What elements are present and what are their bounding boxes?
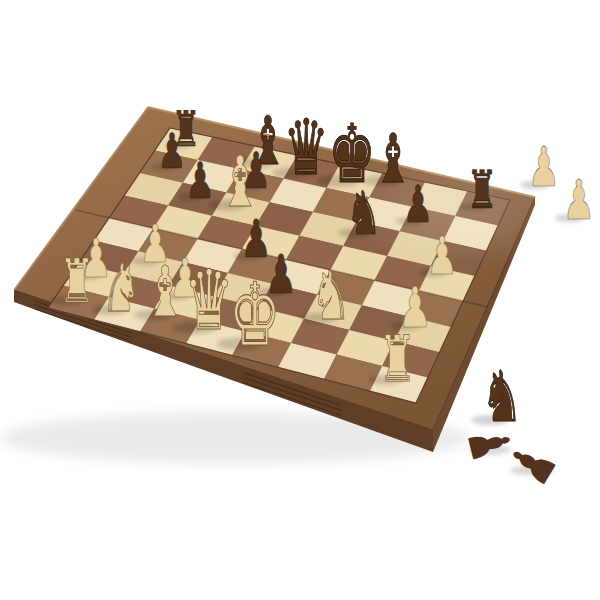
piece-black-pawn-b6[interactable]: ♟ bbox=[185, 152, 215, 210]
piece-white-knight-b1[interactable]: ♞ bbox=[101, 250, 141, 327]
chess-photo-scene: ♜♝♟♛♚♝♟♟♟♝♜♟♟♞♟♟♟♟♟♟♜♞♝♞♟♛♚♜♞♟♟ bbox=[0, 0, 600, 600]
piece-white-knight-f3[interactable]: ♞ bbox=[311, 257, 351, 336]
piece-black-pawn-a7[interactable]: ♟ bbox=[158, 123, 187, 180]
piece-white-bishop-c1[interactable]: ♝ bbox=[144, 251, 186, 332]
piece-black-queen-d8[interactable]: ♛ bbox=[283, 102, 329, 192]
board-photo-svg: ♜♝♟♛♚♝♟♟♟♝♜♟♟♞♟♟♟♟♟♟♜♞♝♞♟♛♚♜♞♟♟ bbox=[0, 0, 600, 600]
piece-white-queen-d1[interactable]: ♛ bbox=[184, 251, 234, 349]
captured-white-pawn-2[interactable]: ♟ bbox=[563, 168, 596, 232]
piece-white-rook-h1[interactable]: ♜ bbox=[378, 322, 416, 396]
captured-white-pawn-1[interactable]: ♟ bbox=[528, 135, 561, 199]
piece-white-king-e1[interactable]: ♚ bbox=[229, 264, 281, 365]
piece-black-knight-f6[interactable]: ♞ bbox=[346, 179, 382, 249]
piece-black-rook-h8[interactable]: ♜ bbox=[466, 160, 497, 221]
piece-white-rook-a1[interactable]: ♜ bbox=[59, 247, 95, 317]
